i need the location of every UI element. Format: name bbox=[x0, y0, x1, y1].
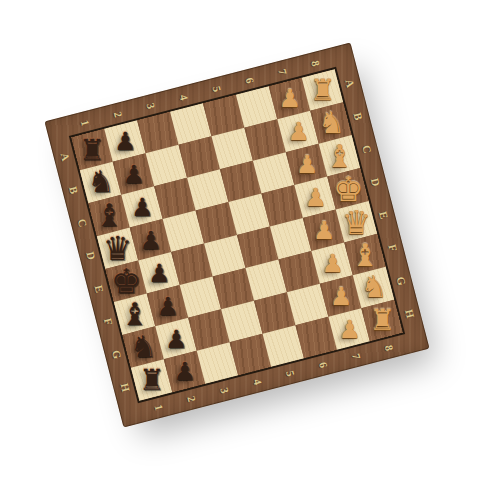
black-king-glyph: ♚ bbox=[111, 264, 141, 298]
black-pawn-glyph: ♟ bbox=[148, 260, 170, 285]
file-label-right-F-text: F bbox=[386, 243, 398, 252]
rank-label-bottom-4-text: 4 bbox=[251, 378, 263, 386]
file-label-left-C-text: C bbox=[76, 217, 89, 227]
white-knight-glyph: ♞ bbox=[317, 108, 344, 138]
file-label-right-E-text: E bbox=[377, 210, 389, 220]
white-pawn-glyph: ♟ bbox=[287, 119, 309, 144]
white-rook-glyph: ♜ bbox=[309, 75, 335, 104]
black-rook-glyph: ♜ bbox=[79, 135, 105, 164]
black-pawn-glyph: ♟ bbox=[173, 359, 195, 384]
white-pawn-glyph: ♟ bbox=[312, 218, 334, 243]
black-rook-glyph: ♜ bbox=[139, 366, 165, 395]
file-label-right-G-text: G bbox=[394, 275, 407, 286]
rank-label-bottom-2-text: 2 bbox=[185, 395, 197, 403]
rank-label-top-7-text: 7 bbox=[276, 67, 288, 75]
white-queen-glyph: ♛ bbox=[342, 205, 372, 238]
rank-label-top-1-text: 1 bbox=[79, 118, 91, 126]
black-pawn-glyph: ♟ bbox=[131, 194, 153, 219]
black-bishop-glyph: ♝ bbox=[121, 299, 149, 330]
file-label-left-B-text: B bbox=[67, 185, 79, 195]
black-pawn-glyph: ♟ bbox=[114, 129, 136, 154]
black-bishop-glyph: ♝ bbox=[95, 200, 123, 231]
file-label-left-D-text: D bbox=[84, 250, 97, 260]
rank-label-bottom-7-text: 7 bbox=[350, 352, 362, 360]
white-pawn-glyph: ♟ bbox=[278, 86, 300, 111]
black-queen-glyph: ♛ bbox=[103, 232, 133, 265]
rank-label-bottom-5-text: 5 bbox=[284, 369, 296, 377]
rank-label-bottom-8-text: 8 bbox=[383, 343, 395, 351]
white-bishop-glyph: ♝ bbox=[351, 239, 379, 270]
white-pawn-glyph: ♟ bbox=[321, 251, 343, 276]
white-pawn-glyph: ♟ bbox=[329, 284, 351, 309]
file-label-left-A-text: A bbox=[59, 151, 72, 161]
file-label-right-B-text: B bbox=[352, 111, 364, 121]
rank-label-top-6-text: 6 bbox=[244, 76, 256, 84]
rank-label-bottom-6-text: 6 bbox=[317, 361, 329, 369]
file-label-left-E-text: E bbox=[93, 283, 105, 293]
black-knight-glyph: ♞ bbox=[87, 168, 114, 198]
white-bishop-glyph: ♝ bbox=[326, 140, 354, 171]
black-pawn-glyph: ♟ bbox=[165, 326, 187, 351]
rank-label-bottom-1-text: 1 bbox=[153, 403, 165, 411]
rank-label-bottom-3-text: 3 bbox=[218, 386, 230, 394]
white-pawn-glyph: ♟ bbox=[338, 316, 360, 341]
white-king-glyph: ♚ bbox=[333, 172, 363, 206]
white-pawn-glyph: ♟ bbox=[295, 152, 317, 177]
chessboard: 1122334455667788AABBCCDDEEFFGGHH ♜♞♝♚♛♝♞… bbox=[44, 42, 429, 427]
file-label-left-G-text: G bbox=[110, 349, 123, 360]
black-knight-glyph: ♞ bbox=[130, 332, 157, 362]
file-label-left-H-text: H bbox=[118, 381, 131, 392]
file-label-right-D-text: D bbox=[369, 177, 382, 187]
rank-label-top-3-text: 3 bbox=[145, 101, 157, 109]
white-rook-glyph: ♜ bbox=[369, 306, 395, 335]
black-pawn-glyph: ♟ bbox=[139, 227, 161, 252]
black-pawn-glyph: ♟ bbox=[156, 293, 178, 318]
rank-label-top-5-text: 5 bbox=[211, 84, 223, 92]
file-label-left-F-text: F bbox=[101, 317, 113, 326]
black-pawn-glyph: ♟ bbox=[122, 161, 144, 186]
page-background: 1122334455667788AABBCCDDEEFFGGHH ♜♞♝♚♛♝♞… bbox=[0, 0, 480, 480]
rank-label-top-8-text: 8 bbox=[309, 59, 321, 67]
file-label-right-H-text: H bbox=[403, 308, 416, 319]
file-label-right-A-text: A bbox=[343, 78, 356, 88]
rank-label-top-2-text: 2 bbox=[112, 110, 124, 118]
white-pawn-glyph: ♟ bbox=[304, 185, 326, 210]
rank-label-top-4-text: 4 bbox=[178, 93, 190, 101]
white-knight-glyph: ♞ bbox=[360, 272, 387, 302]
file-label-right-C-text: C bbox=[360, 144, 373, 154]
